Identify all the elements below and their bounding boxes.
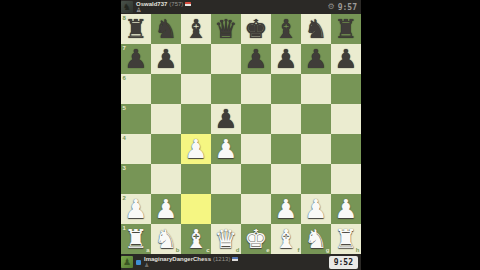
- square-e6[interactable]: [241, 74, 271, 104]
- square-h3[interactable]: [331, 164, 361, 194]
- chess-app: ♞ Oswald737 (757) ♙ ⚙ 9:57 8♜♞♝♛♚♝♞♜7♟♟♟…: [121, 0, 361, 270]
- square-h2[interactable]: ♟: [331, 194, 361, 224]
- piece-white-pawn[interactable]: ♟: [181, 134, 211, 164]
- square-c7[interactable]: [181, 44, 211, 74]
- piece-black-king[interactable]: ♚: [241, 14, 271, 44]
- square-e3[interactable]: [241, 164, 271, 194]
- square-d4[interactable]: ♟: [211, 134, 241, 164]
- square-b8[interactable]: ♞: [151, 14, 181, 44]
- square-a3[interactable]: 3: [121, 164, 151, 194]
- square-a6[interactable]: 6: [121, 74, 151, 104]
- square-c3[interactable]: [181, 164, 211, 194]
- square-d8[interactable]: ♛: [211, 14, 241, 44]
- piece-white-knight[interactable]: ♞: [301, 224, 331, 254]
- avatar-piece-icon: ♞: [123, 1, 131, 13]
- flair-badge-icon: [136, 260, 141, 265]
- piece-white-queen[interactable]: ♛: [211, 224, 241, 254]
- square-g1[interactable]: g♞: [301, 224, 331, 254]
- square-a1[interactable]: 1a♜: [121, 224, 151, 254]
- square-e5[interactable]: [241, 104, 271, 134]
- piece-black-bishop[interactable]: ♝: [181, 14, 211, 44]
- piece-white-king[interactable]: ♚: [241, 224, 271, 254]
- square-b7[interactable]: ♟: [151, 44, 181, 74]
- square-c8[interactable]: ♝: [181, 14, 211, 44]
- square-e7[interactable]: ♟: [241, 44, 271, 74]
- square-a5[interactable]: 5: [121, 104, 151, 134]
- square-d1[interactable]: d♛: [211, 224, 241, 254]
- piece-white-pawn[interactable]: ♟: [151, 194, 181, 224]
- square-h1[interactable]: h♜: [331, 224, 361, 254]
- square-g4[interactable]: [301, 134, 331, 164]
- top-player-bar: ♞ Oswald737 (757) ♙ ⚙ 9:57: [121, 0, 361, 14]
- piece-white-pawn[interactable]: ♟: [121, 194, 151, 224]
- square-g7[interactable]: ♟: [301, 44, 331, 74]
- square-f6[interactable]: [271, 74, 301, 104]
- square-e4[interactable]: [241, 134, 271, 164]
- avatar-piece-icon: ♟: [123, 256, 131, 268]
- square-a2[interactable]: 2♟: [121, 194, 151, 224]
- square-f5[interactable]: [271, 104, 301, 134]
- square-b2[interactable]: ♟: [151, 194, 181, 224]
- piece-black-pawn[interactable]: ♟: [271, 44, 301, 74]
- square-h7[interactable]: ♟: [331, 44, 361, 74]
- square-d5[interactable]: ♟: [211, 104, 241, 134]
- piece-white-bishop[interactable]: ♝: [181, 224, 211, 254]
- square-e8[interactable]: ♚: [241, 14, 271, 44]
- square-f3[interactable]: [271, 164, 301, 194]
- chess-board: 8♜♞♝♛♚♝♞♜7♟♟♟♟♟♟65♟4♟♟32♟♟♟♟♟1a♜b♞c♝d♛e♚…: [121, 14, 361, 254]
- square-g8[interactable]: ♞: [301, 14, 331, 44]
- square-d2[interactable]: [211, 194, 241, 224]
- piece-black-knight[interactable]: ♞: [151, 14, 181, 44]
- bottom-player-avatar[interactable]: ♟: [121, 256, 133, 268]
- square-b4[interactable]: [151, 134, 181, 164]
- video-frame: ♞ Oswald737 (757) ♙ ⚙ 9:57 8♜♞♝♛♚♝♞♜7♟♟♟…: [0, 0, 480, 270]
- piece-white-pawn[interactable]: ♟: [301, 194, 331, 224]
- square-h5[interactable]: [331, 104, 361, 134]
- square-f4[interactable]: [271, 134, 301, 164]
- square-a7[interactable]: 7♟: [121, 44, 151, 74]
- square-c2[interactable]: [181, 194, 211, 224]
- square-g2[interactable]: ♟: [301, 194, 331, 224]
- piece-white-rook[interactable]: ♜: [121, 224, 151, 254]
- captured-black-pawn-icon: ♟: [144, 262, 149, 268]
- captured-white-pawn-icon: ♙: [136, 7, 141, 13]
- square-f1[interactable]: f♝: [271, 224, 301, 254]
- square-h4[interactable]: [331, 134, 361, 164]
- square-g3[interactable]: [301, 164, 331, 194]
- square-c5[interactable]: [181, 104, 211, 134]
- piece-white-knight[interactable]: ♞: [151, 224, 181, 254]
- square-e1[interactable]: e♚: [241, 224, 271, 254]
- square-g5[interactable]: [301, 104, 331, 134]
- piece-black-rook[interactable]: ♜: [331, 14, 361, 44]
- square-h6[interactable]: [331, 74, 361, 104]
- square-d3[interactable]: [211, 164, 241, 194]
- top-player-flag-icon: [185, 2, 191, 6]
- piece-white-pawn[interactable]: ♟: [271, 194, 301, 224]
- piece-black-pawn[interactable]: ♟: [121, 44, 151, 74]
- square-f8[interactable]: ♝: [271, 14, 301, 44]
- piece-black-pawn[interactable]: ♟: [301, 44, 331, 74]
- square-b1[interactable]: b♞: [151, 224, 181, 254]
- square-b3[interactable]: [151, 164, 181, 194]
- coord-rank-6: 6: [123, 75, 126, 81]
- piece-black-knight[interactable]: ♞: [301, 14, 331, 44]
- settings-gear-icon[interactable]: ⚙: [328, 0, 335, 14]
- piece-white-bishop[interactable]: ♝: [271, 224, 301, 254]
- coord-rank-5: 5: [123, 105, 126, 111]
- top-player-clock: 9:57: [338, 3, 359, 12]
- square-c1[interactable]: c♝: [181, 224, 211, 254]
- square-c4[interactable]: ♟: [181, 134, 211, 164]
- square-b6[interactable]: [151, 74, 181, 104]
- coord-rank-4: 4: [123, 135, 126, 141]
- square-e2[interactable]: [241, 194, 271, 224]
- square-h8[interactable]: ♜: [331, 14, 361, 44]
- square-g6[interactable]: [301, 74, 331, 104]
- top-player-avatar[interactable]: ♞: [121, 1, 133, 13]
- square-f7[interactable]: ♟: [271, 44, 301, 74]
- bottom-player-flag-icon: [232, 257, 238, 261]
- piece-white-rook[interactable]: ♜: [331, 224, 361, 254]
- bottom-player-clock: 9:52: [329, 256, 358, 269]
- top-player-info: Oswald737 (757) ♙: [136, 1, 191, 13]
- piece-white-pawn[interactable]: ♟: [331, 194, 361, 224]
- bottom-player-info: ImaginaryDangerChess (1213) ♟: [144, 256, 238, 268]
- square-b5[interactable]: [151, 104, 181, 134]
- piece-white-pawn[interactable]: ♟: [211, 134, 241, 164]
- square-c6[interactable]: [181, 74, 211, 104]
- coord-rank-3: 3: [123, 165, 126, 171]
- piece-black-pawn[interactable]: ♟: [331, 44, 361, 74]
- piece-black-pawn[interactable]: ♟: [241, 44, 271, 74]
- piece-black-rook[interactable]: ♜: [121, 14, 151, 44]
- piece-black-bishop[interactable]: ♝: [271, 14, 301, 44]
- square-d7[interactable]: [211, 44, 241, 74]
- bottom-player-bar: ♟ ImaginaryDangerChess (1213) ♟ 9:52: [121, 254, 361, 270]
- piece-black-pawn[interactable]: ♟: [151, 44, 181, 74]
- square-f2[interactable]: ♟: [271, 194, 301, 224]
- square-d6[interactable]: [211, 74, 241, 104]
- piece-black-pawn[interactable]: ♟: [211, 104, 241, 134]
- square-a4[interactable]: 4: [121, 134, 151, 164]
- piece-black-queen[interactable]: ♛: [211, 14, 241, 44]
- square-a8[interactable]: 8♜: [121, 14, 151, 44]
